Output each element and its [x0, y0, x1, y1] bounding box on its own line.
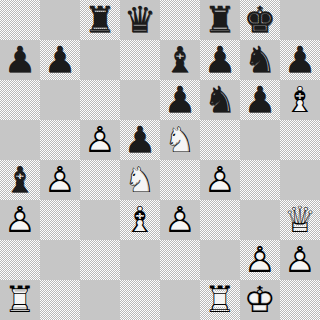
chess-board: ♜♛♜♚♟♟♝♟♞♟♟♞♟♝♗♟♙♟♞♘♝♟♙♞♘♟♙♟♙♝♗♟♙♛♕♟♙♟♙♜… [0, 0, 320, 320]
square-e8[interactable] [160, 0, 200, 40]
piece-white-rook[interactable]: ♜♖ [200, 280, 240, 320]
piece-black-knight[interactable]: ♞ [200, 80, 240, 120]
square-b6[interactable] [40, 80, 80, 120]
square-d7[interactable] [120, 40, 160, 80]
piece-white-pawn[interactable]: ♟♙ [240, 240, 280, 280]
square-a7[interactable]: ♟ [0, 40, 40, 80]
square-g6[interactable]: ♟ [240, 80, 280, 120]
square-h5[interactable] [280, 120, 320, 160]
piece-black-pawn[interactable]: ♟ [160, 80, 200, 120]
square-b8[interactable] [40, 0, 80, 40]
square-a5[interactable] [0, 120, 40, 160]
piece-outline-layer: ♕ [280, 200, 320, 240]
piece-outline-layer: ♙ [40, 160, 80, 200]
piece-black-king[interactable]: ♚ [240, 0, 280, 40]
square-f2[interactable] [200, 240, 240, 280]
piece-white-pawn[interactable]: ♟♙ [160, 200, 200, 240]
square-g7[interactable]: ♞ [240, 40, 280, 80]
square-d6[interactable] [120, 80, 160, 120]
piece-outline-layer: ♙ [160, 200, 200, 240]
square-b2[interactable] [40, 240, 80, 280]
square-e2[interactable] [160, 240, 200, 280]
square-g3[interactable] [240, 200, 280, 240]
piece-white-king[interactable]: ♚♔ [240, 280, 280, 320]
square-a6[interactable] [0, 80, 40, 120]
square-d1[interactable] [120, 280, 160, 320]
square-c3[interactable] [80, 200, 120, 240]
piece-black-queen[interactable]: ♛ [120, 0, 160, 40]
square-e5[interactable]: ♞♘ [160, 120, 200, 160]
piece-outline-layer: ♙ [280, 240, 320, 280]
square-c5[interactable]: ♟♙ [80, 120, 120, 160]
square-f4[interactable]: ♟♙ [200, 160, 240, 200]
square-a4[interactable]: ♝ [0, 160, 40, 200]
square-e1[interactable] [160, 280, 200, 320]
piece-black-pawn[interactable]: ♟ [280, 40, 320, 80]
square-h8[interactable] [280, 0, 320, 40]
piece-black-pawn[interactable]: ♟ [240, 80, 280, 120]
piece-outline-layer: ♘ [160, 120, 200, 160]
square-h2[interactable]: ♟♙ [280, 240, 320, 280]
square-h4[interactable] [280, 160, 320, 200]
piece-white-rook[interactable]: ♜♖ [0, 280, 40, 320]
piece-white-bishop[interactable]: ♝♗ [280, 80, 320, 120]
square-e4[interactable] [160, 160, 200, 200]
square-f7[interactable]: ♟ [200, 40, 240, 80]
square-g2[interactable]: ♟♙ [240, 240, 280, 280]
square-g1[interactable]: ♚♔ [240, 280, 280, 320]
piece-black-rook[interactable]: ♜ [200, 0, 240, 40]
piece-black-pawn[interactable]: ♟ [120, 120, 160, 160]
square-e3[interactable]: ♟♙ [160, 200, 200, 240]
piece-white-bishop[interactable]: ♝♗ [120, 200, 160, 240]
square-f8[interactable]: ♜ [200, 0, 240, 40]
piece-white-knight[interactable]: ♞♘ [160, 120, 200, 160]
piece-black-knight[interactable]: ♞ [240, 40, 280, 80]
square-b1[interactable] [40, 280, 80, 320]
piece-white-pawn[interactable]: ♟♙ [280, 240, 320, 280]
square-a8[interactable] [0, 0, 40, 40]
piece-outline-layer: ♖ [200, 280, 240, 320]
piece-outline-layer: ♗ [120, 200, 160, 240]
square-d2[interactable] [120, 240, 160, 280]
square-d4[interactable]: ♞♘ [120, 160, 160, 200]
square-h6[interactable]: ♝♗ [280, 80, 320, 120]
piece-black-bishop[interactable]: ♝ [160, 40, 200, 80]
piece-outline-layer: ♙ [240, 240, 280, 280]
piece-black-pawn[interactable]: ♟ [200, 40, 240, 80]
square-d5[interactable]: ♟ [120, 120, 160, 160]
square-f5[interactable] [200, 120, 240, 160]
square-g8[interactable]: ♚ [240, 0, 280, 40]
square-d8[interactable]: ♛ [120, 0, 160, 40]
piece-black-bishop[interactable]: ♝ [0, 160, 40, 200]
square-f1[interactable]: ♜♖ [200, 280, 240, 320]
piece-white-pawn[interactable]: ♟♙ [40, 160, 80, 200]
square-h1[interactable] [280, 280, 320, 320]
piece-white-knight[interactable]: ♞♘ [120, 160, 160, 200]
square-b4[interactable]: ♟♙ [40, 160, 80, 200]
square-c4[interactable] [80, 160, 120, 200]
square-b5[interactable] [40, 120, 80, 160]
square-f3[interactable] [200, 200, 240, 240]
piece-black-pawn[interactable]: ♟ [40, 40, 80, 80]
square-g4[interactable] [240, 160, 280, 200]
piece-white-pawn[interactable]: ♟♙ [80, 120, 120, 160]
square-c6[interactable] [80, 80, 120, 120]
square-h3[interactable]: ♛♕ [280, 200, 320, 240]
square-a3[interactable]: ♟♙ [0, 200, 40, 240]
square-c7[interactable] [80, 40, 120, 80]
square-b3[interactable] [40, 200, 80, 240]
piece-outline-layer: ♔ [240, 280, 280, 320]
square-g5[interactable] [240, 120, 280, 160]
square-c1[interactable] [80, 280, 120, 320]
piece-white-pawn[interactable]: ♟♙ [200, 160, 240, 200]
piece-black-pawn[interactable]: ♟ [0, 40, 40, 80]
piece-white-queen[interactable]: ♛♕ [280, 200, 320, 240]
square-b7[interactable]: ♟ [40, 40, 80, 80]
square-f6[interactable]: ♞ [200, 80, 240, 120]
piece-outline-layer: ♙ [200, 160, 240, 200]
piece-black-rook[interactable]: ♜ [80, 0, 120, 40]
piece-outline-layer: ♗ [280, 80, 320, 120]
square-a1[interactable]: ♜♖ [0, 280, 40, 320]
square-e7[interactable]: ♝ [160, 40, 200, 80]
piece-white-pawn[interactable]: ♟♙ [0, 200, 40, 240]
square-d3[interactable]: ♝♗ [120, 200, 160, 240]
square-h7[interactable]: ♟ [280, 40, 320, 80]
square-c8[interactable]: ♜ [80, 0, 120, 40]
piece-outline-layer: ♙ [0, 200, 40, 240]
square-c2[interactable] [80, 240, 120, 280]
square-a2[interactable] [0, 240, 40, 280]
piece-outline-layer: ♖ [0, 280, 40, 320]
piece-outline-layer: ♘ [120, 160, 160, 200]
piece-outline-layer: ♙ [80, 120, 120, 160]
square-e6[interactable]: ♟ [160, 80, 200, 120]
